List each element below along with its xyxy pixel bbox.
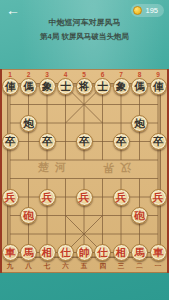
opening-title: 中炮巡河车对屏风马 [0,17,169,28]
file-label-bottom-七: 七 [41,262,53,271]
puzzle-subtitle: 第4局 软屏风马破当头炮局 [0,32,169,42]
file-label-top-9: 9 [152,71,164,78]
piece-black-士[interactable]: 士 [57,78,74,95]
file-label-bottom-四: 四 [97,262,109,271]
file-label-top-8: 8 [134,71,146,78]
piece-black-卒[interactable]: 卒 [150,133,167,150]
coin-count: 195 [145,4,158,17]
piece-red-相[interactable]: 相 [39,244,56,261]
piece-black-卒[interactable]: 卒 [113,133,130,150]
piece-black-将[interactable]: 将 [76,78,93,95]
piece-red-仕[interactable]: 仕 [94,244,111,261]
file-label-bottom-九: 九 [4,262,16,271]
file-label-top-1: 1 [4,71,16,78]
board-grid [0,69,169,273]
piece-black-象[interactable]: 象 [113,78,130,95]
piece-red-馬[interactable]: 馬 [131,244,148,261]
board-edge-left [0,69,2,273]
file-label-top-3: 3 [41,71,53,78]
file-label-bottom-一: 一 [152,262,164,271]
piece-black-卒[interactable]: 卒 [2,133,19,150]
piece-red-兵[interactable]: 兵 [150,189,167,206]
piece-black-俥[interactable]: 俥 [150,78,167,95]
piece-black-士[interactable]: 士 [94,78,111,95]
piece-red-兵[interactable]: 兵 [76,189,93,206]
coin-balance-badge[interactable]: 195 [131,4,164,17]
file-label-bottom-八: 八 [23,262,35,271]
file-label-bottom-五: 五 [78,262,90,271]
piece-red-仕[interactable]: 仕 [57,244,74,261]
piece-red-相[interactable]: 相 [113,244,130,261]
piece-red-車[interactable]: 車 [2,244,19,261]
piece-red-兵[interactable]: 兵 [113,189,130,206]
file-label-top-5: 5 [78,71,90,78]
river-text-right: 汉界 [97,160,131,175]
piece-black-卒[interactable]: 卒 [76,133,93,150]
piece-red-車[interactable]: 車 [150,244,167,261]
piece-black-傌[interactable]: 傌 [131,78,148,95]
piece-black-傌[interactable]: 傌 [20,78,37,95]
file-label-bottom-二: 二 [134,262,146,271]
piece-black-炮[interactable]: 炮 [131,115,148,132]
piece-red-砲[interactable]: 砲 [131,207,148,224]
piece-red-馬[interactable]: 馬 [20,244,37,261]
back-button[interactable]: ← [6,2,20,18]
file-label-top-2: 2 [23,71,35,78]
piece-black-俥[interactable]: 俥 [2,78,19,95]
piece-black-炮[interactable]: 炮 [20,115,37,132]
piece-red-砲[interactable]: 砲 [20,207,37,224]
piece-black-象[interactable]: 象 [39,78,56,95]
piece-red-兵[interactable]: 兵 [39,189,56,206]
xiangqi-board[interactable]: 123456789 九八七六五四三二一 楚河 汉界 俥傌象士将士象傌俥炮炮卒卒卒… [0,69,169,273]
piece-red-兵[interactable]: 兵 [2,189,19,206]
title-block: 中炮巡河车对屏风马 第4局 软屏风马破当头炮局 [0,17,169,42]
file-label-top-4: 4 [60,71,72,78]
coin-icon [133,6,142,15]
piece-black-卒[interactable]: 卒 [39,133,56,150]
file-label-top-7: 7 [115,71,127,78]
file-label-bottom-三: 三 [115,262,127,271]
file-label-bottom-六: 六 [60,262,72,271]
file-label-top-6: 6 [97,71,109,78]
app-screen: ← 195 中炮巡河车对屏风马 第4局 软屏风马破当头炮局 123456789 … [0,0,169,300]
board-edge-right [167,69,169,273]
piece-red-帥[interactable]: 帥 [76,244,93,261]
river-text-left: 楚河 [38,160,72,175]
